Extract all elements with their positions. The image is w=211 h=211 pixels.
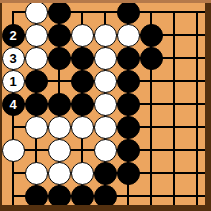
stone-white [117,24,140,47]
stone-black [117,139,140,162]
stone-black [48,185,71,206]
stone-white [25,24,48,47]
stone-white [25,162,48,185]
stone-black [48,47,71,70]
move-number-label: 4 [9,98,16,111]
stone-black [140,47,163,70]
stone-black [94,185,117,206]
go-board[interactable]: 2314 [2,3,205,205]
stone-black [94,162,117,185]
stone-white [48,162,71,185]
stone-black [117,162,140,185]
stone-white [25,3,48,24]
stone-black [25,93,48,116]
stone-white [25,116,48,139]
stone-black [117,3,140,24]
stone-black [117,93,140,116]
move-number-label: 2 [9,29,16,42]
stone-white [94,93,117,116]
grid-vertical-line [173,11,175,205]
stone-black [117,70,140,93]
stone-white [94,24,117,47]
stone-black [48,24,71,47]
stone-white [48,116,71,139]
move-number-label: 1 [9,75,16,88]
stone-black [48,3,71,24]
stone-black [25,70,48,93]
stone-white-move-1: 1 [2,70,25,93]
stone-black [117,47,140,70]
stone-white [94,116,117,139]
stone-white [48,139,71,162]
stone-white [94,70,117,93]
move-number-label: 3 [9,52,16,65]
stone-white [2,139,25,162]
stone-black [71,47,94,70]
stone-black [71,70,94,93]
stone-black [48,93,71,116]
stone-black [117,116,140,139]
stone-white [71,116,94,139]
stone-white [94,47,117,70]
stone-black [140,24,163,47]
stone-white-move-3: 3 [2,47,25,70]
stone-black-move-4: 4 [2,93,25,116]
stone-white [71,162,94,185]
stone-black [25,185,48,206]
stone-white [71,24,94,47]
stone-black [71,93,94,116]
stone-black [71,185,94,206]
go-problem-diagram: 2314 [0,0,211,211]
stone-black-move-2: 2 [2,24,25,47]
grid-vertical-line [196,11,198,205]
stone-white [94,139,117,162]
stone-white [25,47,48,70]
